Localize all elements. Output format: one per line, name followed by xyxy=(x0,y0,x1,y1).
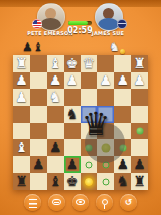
square[interactable]: ♝ xyxy=(13,139,30,156)
black-piece[interactable]: ♞ xyxy=(114,173,131,190)
square[interactable]: ♟ xyxy=(30,156,47,173)
undo-button[interactable]: ↺ xyxy=(120,194,137,211)
square[interactable] xyxy=(114,106,131,123)
square[interactable]: ♟ xyxy=(131,72,148,89)
square[interactable] xyxy=(13,156,30,173)
square[interactable]: ♜ xyxy=(131,55,148,72)
drag-origin-glow xyxy=(85,178,93,186)
square[interactable]: ♜ xyxy=(13,55,30,72)
square[interactable]: ♟ xyxy=(47,139,64,156)
chess-board[interactable]: ♜♝♚♛♜♟♟♟♟♟♟♟♞♞♝♟♟♟♟♟♜♝♚♞♜ xyxy=(13,55,148,190)
black-piece[interactable]: ♜ xyxy=(131,173,148,190)
menu-button[interactable] xyxy=(24,194,41,211)
eye-button[interactable] xyxy=(72,194,89,211)
black-piece[interactable]: ♞ xyxy=(64,106,81,123)
square[interactable] xyxy=(30,106,47,123)
black-piece[interactable]: ♟ xyxy=(131,156,148,173)
legal-move-ring xyxy=(102,178,109,185)
captured-black-pieces-tray: ♟♝ xyxy=(22,40,44,54)
square[interactable] xyxy=(114,55,131,72)
chat-button[interactable] xyxy=(48,194,65,211)
flag-au-stripe xyxy=(118,23,126,24)
time-progress-bar xyxy=(68,21,92,25)
square[interactable]: ♚ xyxy=(64,55,81,72)
gold-coin-badge xyxy=(120,49,125,54)
square[interactable] xyxy=(30,55,47,72)
white-piece[interactable]: ♜ xyxy=(13,55,30,72)
chess-app-screen: PETE EMERSON JAMES SUE 02:59 ♟♝ ♞ ♜♝♚♛♜♟… xyxy=(0,0,161,215)
captured-white-pieces-tray: ♞ xyxy=(109,40,120,54)
square[interactable] xyxy=(13,123,30,140)
square[interactable] xyxy=(64,139,81,156)
square[interactable] xyxy=(47,106,64,123)
square[interactable]: ♟ xyxy=(97,72,114,89)
square[interactable] xyxy=(97,173,114,190)
white-piece[interactable]: ♝ xyxy=(13,139,30,156)
square[interactable] xyxy=(64,89,81,106)
hint-button[interactable] xyxy=(96,194,113,211)
black-piece[interactable]: ♟ xyxy=(47,139,64,156)
square[interactable]: ♟ xyxy=(131,156,148,173)
white-piece[interactable]: ♟ xyxy=(13,89,30,106)
dragged-black-queen[interactable]: ♛ xyxy=(82,105,111,143)
time-progress-fill xyxy=(68,21,88,25)
square[interactable] xyxy=(30,139,47,156)
square[interactable] xyxy=(30,89,47,106)
square[interactable] xyxy=(81,173,98,190)
square[interactable] xyxy=(97,89,114,106)
square[interactable] xyxy=(81,72,98,89)
legal-move-dot xyxy=(136,127,143,134)
black-piece[interactable]: ♚ xyxy=(64,173,81,190)
square[interactable]: ♚ xyxy=(64,173,81,190)
square[interactable] xyxy=(30,123,47,140)
black-piece[interactable]: ♝ xyxy=(47,173,64,190)
square[interactable]: ♟ xyxy=(114,72,131,89)
white-piece[interactable]: ♜ xyxy=(131,55,148,72)
undo-icon: ↺ xyxy=(125,197,133,207)
square[interactable]: ♛ xyxy=(81,55,98,72)
square[interactable]: ♟ xyxy=(13,72,30,89)
legal-move-ring xyxy=(85,161,92,168)
square[interactable] xyxy=(13,106,30,123)
black-piece[interactable]: ♟ xyxy=(30,156,47,173)
square[interactable]: ♟ xyxy=(64,156,81,173)
white-piece[interactable]: ♚ xyxy=(64,55,81,72)
square[interactable]: ♟ xyxy=(13,89,30,106)
square[interactable]: ♜ xyxy=(13,173,30,190)
chat-icon xyxy=(52,199,61,205)
square[interactable]: ♟ xyxy=(64,72,81,89)
square[interactable] xyxy=(81,89,98,106)
square[interactable] xyxy=(114,89,131,106)
hint-pin-icon xyxy=(102,199,108,205)
white-piece[interactable]: ♟ xyxy=(64,72,81,89)
square[interactable] xyxy=(131,106,148,123)
white-piece[interactable]: ♟ xyxy=(13,72,30,89)
square[interactable]: ♞ xyxy=(114,173,131,190)
square[interactable] xyxy=(64,123,81,140)
flag-us-icon xyxy=(32,19,42,29)
flag-au-icon xyxy=(117,19,127,29)
square[interactable] xyxy=(30,173,47,190)
square[interactable]: ♞ xyxy=(64,106,81,123)
square[interactable] xyxy=(47,123,64,140)
square[interactable]: ♝ xyxy=(47,173,64,190)
square[interactable]: ♟ xyxy=(47,72,64,89)
white-piece[interactable]: ♟ xyxy=(47,72,64,89)
flag-us-canton xyxy=(33,20,37,24)
white-piece[interactable]: ♝ xyxy=(47,55,64,72)
square[interactable] xyxy=(47,156,64,173)
square[interactable] xyxy=(131,89,148,106)
white-piece[interactable]: ♟ xyxy=(114,72,131,89)
avatar-pete[interactable] xyxy=(37,3,65,31)
square[interactable]: ♞ xyxy=(47,89,64,106)
menu-icon xyxy=(29,199,37,208)
square[interactable]: ♝ xyxy=(47,55,64,72)
game-clock: 02:59 xyxy=(62,26,98,35)
black-piece[interactable]: ♟ xyxy=(64,156,81,173)
white-piece[interactable]: ♛ xyxy=(81,55,98,72)
square[interactable] xyxy=(131,123,148,140)
white-piece[interactable]: ♟ xyxy=(97,72,114,89)
black-piece[interactable]: ♜ xyxy=(13,173,30,190)
square[interactable] xyxy=(131,139,148,156)
white-piece[interactable]: ♟ xyxy=(131,72,148,89)
square[interactable] xyxy=(30,72,47,89)
square[interactable] xyxy=(97,55,114,72)
eye-icon xyxy=(76,199,85,205)
square[interactable]: ♜ xyxy=(131,173,148,190)
white-piece[interactable]: ♞ xyxy=(47,89,64,106)
